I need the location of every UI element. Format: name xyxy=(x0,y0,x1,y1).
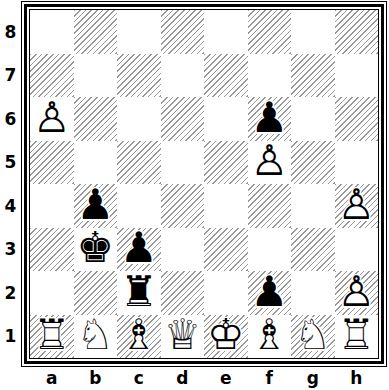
file-label-b: b xyxy=(74,368,118,388)
file-label-e: e xyxy=(204,368,248,388)
square-h4[interactable]: ♟♙ xyxy=(335,184,379,228)
square-c7[interactable] xyxy=(117,54,161,98)
square-g8[interactable] xyxy=(291,10,335,54)
square-c4[interactable] xyxy=(117,184,161,228)
square-h7[interactable] xyxy=(335,54,379,98)
square-e4[interactable] xyxy=(204,184,248,228)
square-d1[interactable]: ♛♕ xyxy=(161,315,205,359)
black-pawn-b4[interactable]: ♟♟ xyxy=(74,184,118,228)
square-c2[interactable]: ♜♜ xyxy=(117,271,161,315)
square-f6[interactable]: ♟♟ xyxy=(248,97,292,141)
square-d3[interactable] xyxy=(161,228,205,272)
white-rook-a1[interactable]: ♜♖ xyxy=(30,315,74,359)
white-bishop-c1[interactable]: ♝♗ xyxy=(117,315,161,359)
white-queen-d1[interactable]: ♛♕ xyxy=(161,315,205,359)
square-f5[interactable]: ♟♙ xyxy=(248,141,292,185)
file-label-c: c xyxy=(117,368,161,388)
square-g6[interactable] xyxy=(291,97,335,141)
square-e3[interactable] xyxy=(204,228,248,272)
square-b2[interactable] xyxy=(74,271,118,315)
white-knight-g1[interactable]: ♞♘ xyxy=(291,315,335,359)
square-d7[interactable] xyxy=(161,54,205,98)
chess-diagram: 87654321 ♟♙♟♟♟♙♟♟♟♙♚♚♟♟♜♜♟♟♟♙♜♖♞♘♝♗♛♕♚♔♝… xyxy=(0,0,389,390)
square-c3[interactable]: ♟♟ xyxy=(117,228,161,272)
square-b7[interactable] xyxy=(74,54,118,98)
square-h3[interactable] xyxy=(335,228,379,272)
square-h5[interactable] xyxy=(335,141,379,185)
black-pawn-c3[interactable]: ♟♟ xyxy=(117,228,161,272)
square-b1[interactable]: ♞♘ xyxy=(74,315,118,359)
file-label-f: f xyxy=(248,368,292,388)
square-f1[interactable]: ♝♗ xyxy=(248,315,292,359)
square-d2[interactable] xyxy=(161,271,205,315)
square-a1[interactable]: ♜♖ xyxy=(30,315,74,359)
square-g3[interactable] xyxy=(291,228,335,272)
black-pawn-f6[interactable]: ♟♟ xyxy=(248,97,292,141)
square-a5[interactable] xyxy=(30,141,74,185)
white-pawn-f5[interactable]: ♟♙ xyxy=(248,141,292,185)
square-g1[interactable]: ♞♘ xyxy=(291,315,335,359)
file-label-d: d xyxy=(161,368,205,388)
square-b3[interactable]: ♚♚ xyxy=(74,228,118,272)
black-rook-c2[interactable]: ♜♜ xyxy=(117,271,161,315)
rank-label-6: 6 xyxy=(0,97,21,141)
board-frame: ♟♙♟♟♟♙♟♟♟♙♚♚♟♟♜♜♟♟♟♙♜♖♞♘♝♗♛♕♚♔♝♗♞♘♜♖ xyxy=(21,1,387,367)
square-b8[interactable] xyxy=(74,10,118,54)
square-e8[interactable] xyxy=(204,10,248,54)
square-c8[interactable] xyxy=(117,10,161,54)
square-b4[interactable]: ♟♟ xyxy=(74,184,118,228)
rank-labels: 87654321 xyxy=(0,10,21,358)
square-f3[interactable] xyxy=(248,228,292,272)
square-f7[interactable] xyxy=(248,54,292,98)
square-e1[interactable]: ♚♔ xyxy=(204,315,248,359)
rank-label-5: 5 xyxy=(0,141,21,185)
square-b5[interactable] xyxy=(74,141,118,185)
file-label-g: g xyxy=(291,368,335,388)
square-d8[interactable] xyxy=(161,10,205,54)
square-c1[interactable]: ♝♗ xyxy=(117,315,161,359)
square-a4[interactable] xyxy=(30,184,74,228)
rank-label-3: 3 xyxy=(0,228,21,272)
square-g2[interactable] xyxy=(291,271,335,315)
square-f4[interactable] xyxy=(248,184,292,228)
square-a7[interactable] xyxy=(30,54,74,98)
square-g5[interactable] xyxy=(291,141,335,185)
square-f8[interactable] xyxy=(248,10,292,54)
square-a3[interactable] xyxy=(30,228,74,272)
square-c6[interactable] xyxy=(117,97,161,141)
board-frame-inner: ♟♙♟♟♟♙♟♟♟♙♚♚♟♟♜♜♟♟♟♙♜♖♞♘♝♗♛♕♚♔♝♗♞♘♜♖ xyxy=(29,9,379,359)
rank-label-4: 4 xyxy=(0,184,21,228)
rank-label-2: 2 xyxy=(0,271,21,315)
square-e5[interactable] xyxy=(204,141,248,185)
file-label-a: a xyxy=(30,368,74,388)
square-g4[interactable] xyxy=(291,184,335,228)
square-d5[interactable] xyxy=(161,141,205,185)
square-b6[interactable] xyxy=(74,97,118,141)
file-labels: abcdefgh xyxy=(30,368,378,388)
square-d6[interactable] xyxy=(161,97,205,141)
black-king-b3[interactable]: ♚♚ xyxy=(74,228,118,272)
file-label-h: h xyxy=(335,368,379,388)
square-e7[interactable] xyxy=(204,54,248,98)
rank-label-8: 8 xyxy=(0,10,21,54)
square-f2[interactable]: ♟♟ xyxy=(248,271,292,315)
white-pawn-a6[interactable]: ♟♙ xyxy=(30,97,74,141)
square-h6[interactable] xyxy=(335,97,379,141)
white-rook-h1[interactable]: ♜♖ xyxy=(335,315,379,359)
white-king-e1[interactable]: ♚♔ xyxy=(204,315,248,359)
square-e2[interactable] xyxy=(204,271,248,315)
chess-board: ♟♙♟♟♟♙♟♟♟♙♚♚♟♟♜♜♟♟♟♙♜♖♞♘♝♗♛♕♚♔♝♗♞♘♜♖ xyxy=(30,10,378,358)
white-pawn-h4[interactable]: ♟♙ xyxy=(335,184,379,228)
square-h2[interactable]: ♟♙ xyxy=(335,271,379,315)
white-bishop-f1[interactable]: ♝♗ xyxy=(248,315,292,359)
square-e6[interactable] xyxy=(204,97,248,141)
square-h8[interactable] xyxy=(335,10,379,54)
white-knight-b1[interactable]: ♞♘ xyxy=(74,315,118,359)
square-c5[interactable] xyxy=(117,141,161,185)
square-a8[interactable] xyxy=(30,10,74,54)
black-pawn-f2[interactable]: ♟♟ xyxy=(248,271,292,315)
board-frame-mid: ♟♙♟♟♟♙♟♟♟♙♚♚♟♟♜♜♟♟♟♙♜♖♞♘♝♗♛♕♚♔♝♗♞♘♜♖ xyxy=(24,4,384,364)
square-a2[interactable] xyxy=(30,271,74,315)
white-pawn-h2[interactable]: ♟♙ xyxy=(335,271,379,315)
rank-label-1: 1 xyxy=(0,315,21,359)
square-d4[interactable] xyxy=(161,184,205,228)
rank-label-7: 7 xyxy=(0,54,21,98)
square-h1[interactable]: ♜♖ xyxy=(335,315,379,359)
square-a6[interactable]: ♟♙ xyxy=(30,97,74,141)
square-g7[interactable] xyxy=(291,54,335,98)
